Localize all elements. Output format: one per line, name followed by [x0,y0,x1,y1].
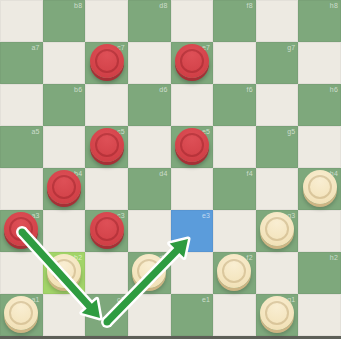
square-h7 [298,42,341,84]
square-label-b6: b6 [74,86,82,94]
square-e8 [171,0,214,42]
square-h8[interactable]: h8 [298,0,341,42]
square-label-e1: e1 [202,296,210,304]
square-h6[interactable]: h6 [298,84,341,126]
red-man-c7[interactable] [90,44,124,78]
square-g3[interactable]: g3 [256,210,299,252]
square-b2[interactable]: b2 [43,252,86,294]
square-b6[interactable]: b6 [43,84,86,126]
square-b7 [43,42,86,84]
square-e7[interactable]: e7 [171,42,214,84]
square-c8 [85,0,128,42]
square-e6 [171,84,214,126]
square-a7[interactable]: a7 [0,42,43,84]
square-d6[interactable]: d6 [128,84,171,126]
square-d3 [128,210,171,252]
square-label-d6: d6 [159,86,167,94]
square-a8 [0,0,43,42]
square-label-b8: b8 [74,2,82,10]
white-man-g3[interactable] [260,212,294,246]
square-d5 [128,126,171,168]
square-d1 [128,294,171,336]
square-f5 [213,126,256,168]
square-f3 [213,210,256,252]
square-g5[interactable]: g5 [256,126,299,168]
square-a1[interactable]: a1 [0,294,43,336]
checkers-app: b8d8f8h8a7c7e7g7b6d6f6h6a5c5e5g5b4d4f4h4… [0,0,341,341]
square-label-g7: g7 [287,44,295,52]
square-label-e3: e3 [202,212,210,220]
red-man-c5[interactable] [90,128,124,162]
square-d4[interactable]: d4 [128,168,171,210]
square-f8[interactable]: f8 [213,0,256,42]
square-e3[interactable]: e3 [171,210,214,252]
square-label-c1: c1 [117,296,125,304]
square-g1[interactable]: g1 [256,294,299,336]
square-f1 [213,294,256,336]
square-d8[interactable]: d8 [128,0,171,42]
square-label-h2: h2 [330,254,338,262]
square-label-d8: d8 [159,2,167,10]
red-man-c3[interactable] [90,212,124,246]
red-man-b4[interactable] [47,170,81,204]
square-d7 [128,42,171,84]
square-f2[interactable]: f2 [213,252,256,294]
square-g7[interactable]: g7 [256,42,299,84]
square-label-a5: a5 [31,128,39,136]
square-a2 [0,252,43,294]
square-b1 [43,294,86,336]
square-h1 [298,294,341,336]
square-c4 [85,168,128,210]
square-label-f8: f8 [247,2,253,10]
square-e2 [171,252,214,294]
square-g8 [256,0,299,42]
square-g4 [256,168,299,210]
red-man-e7[interactable] [175,44,209,78]
square-a5[interactable]: a5 [0,126,43,168]
white-man-h4[interactable] [303,170,337,204]
red-man-e5[interactable] [175,128,209,162]
square-h5 [298,126,341,168]
square-f4[interactable]: f4 [213,168,256,210]
square-d2[interactable]: d2 [128,252,171,294]
square-h3 [298,210,341,252]
square-label-f6: f6 [247,86,253,94]
square-c1[interactable]: c1 [85,294,128,336]
square-c2 [85,252,128,294]
board-bottom-edge [0,336,341,339]
square-label-g5: g5 [287,128,295,136]
square-b4[interactable]: b4 [43,168,86,210]
square-f7 [213,42,256,84]
white-man-d2[interactable] [132,254,166,288]
square-c6 [85,84,128,126]
square-c5[interactable]: c5 [85,126,128,168]
square-a3[interactable]: a3 [0,210,43,252]
square-b5 [43,126,86,168]
square-g6 [256,84,299,126]
white-man-b2[interactable] [47,254,81,288]
square-g2 [256,252,299,294]
square-c7[interactable]: c7 [85,42,128,84]
square-label-f4: f4 [247,170,253,178]
square-label-d4: d4 [159,170,167,178]
checkers-board: b8d8f8h8a7c7e7g7b6d6f6h6a5c5e5g5b4d4f4h4… [0,0,341,336]
square-a6 [0,84,43,126]
square-f6[interactable]: f6 [213,84,256,126]
square-c3[interactable]: c3 [85,210,128,252]
square-h2[interactable]: h2 [298,252,341,294]
square-e1[interactable]: e1 [171,294,214,336]
square-h4[interactable]: h4 [298,168,341,210]
white-man-g1[interactable] [260,296,294,330]
square-label-h8: h8 [330,2,338,10]
square-b8[interactable]: b8 [43,0,86,42]
square-label-h6: h6 [330,86,338,94]
white-man-a1[interactable] [4,296,38,330]
square-a4 [0,168,43,210]
red-man-a3[interactable] [4,212,38,246]
square-b3 [43,210,86,252]
square-e4 [171,168,214,210]
square-e5[interactable]: e5 [171,126,214,168]
square-label-a7: a7 [31,44,39,52]
white-man-f2[interactable] [217,254,251,288]
